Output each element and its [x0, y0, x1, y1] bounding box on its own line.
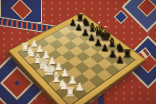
photo-vignette: [0, 0, 156, 104]
photo-canvas: ♜♞♝♛♚♝♞♜♟♟♟♟♟♟♟♟♟♟♟♟♟♟♟♟♜♞♝♛♚♝♞♜: [0, 0, 156, 104]
